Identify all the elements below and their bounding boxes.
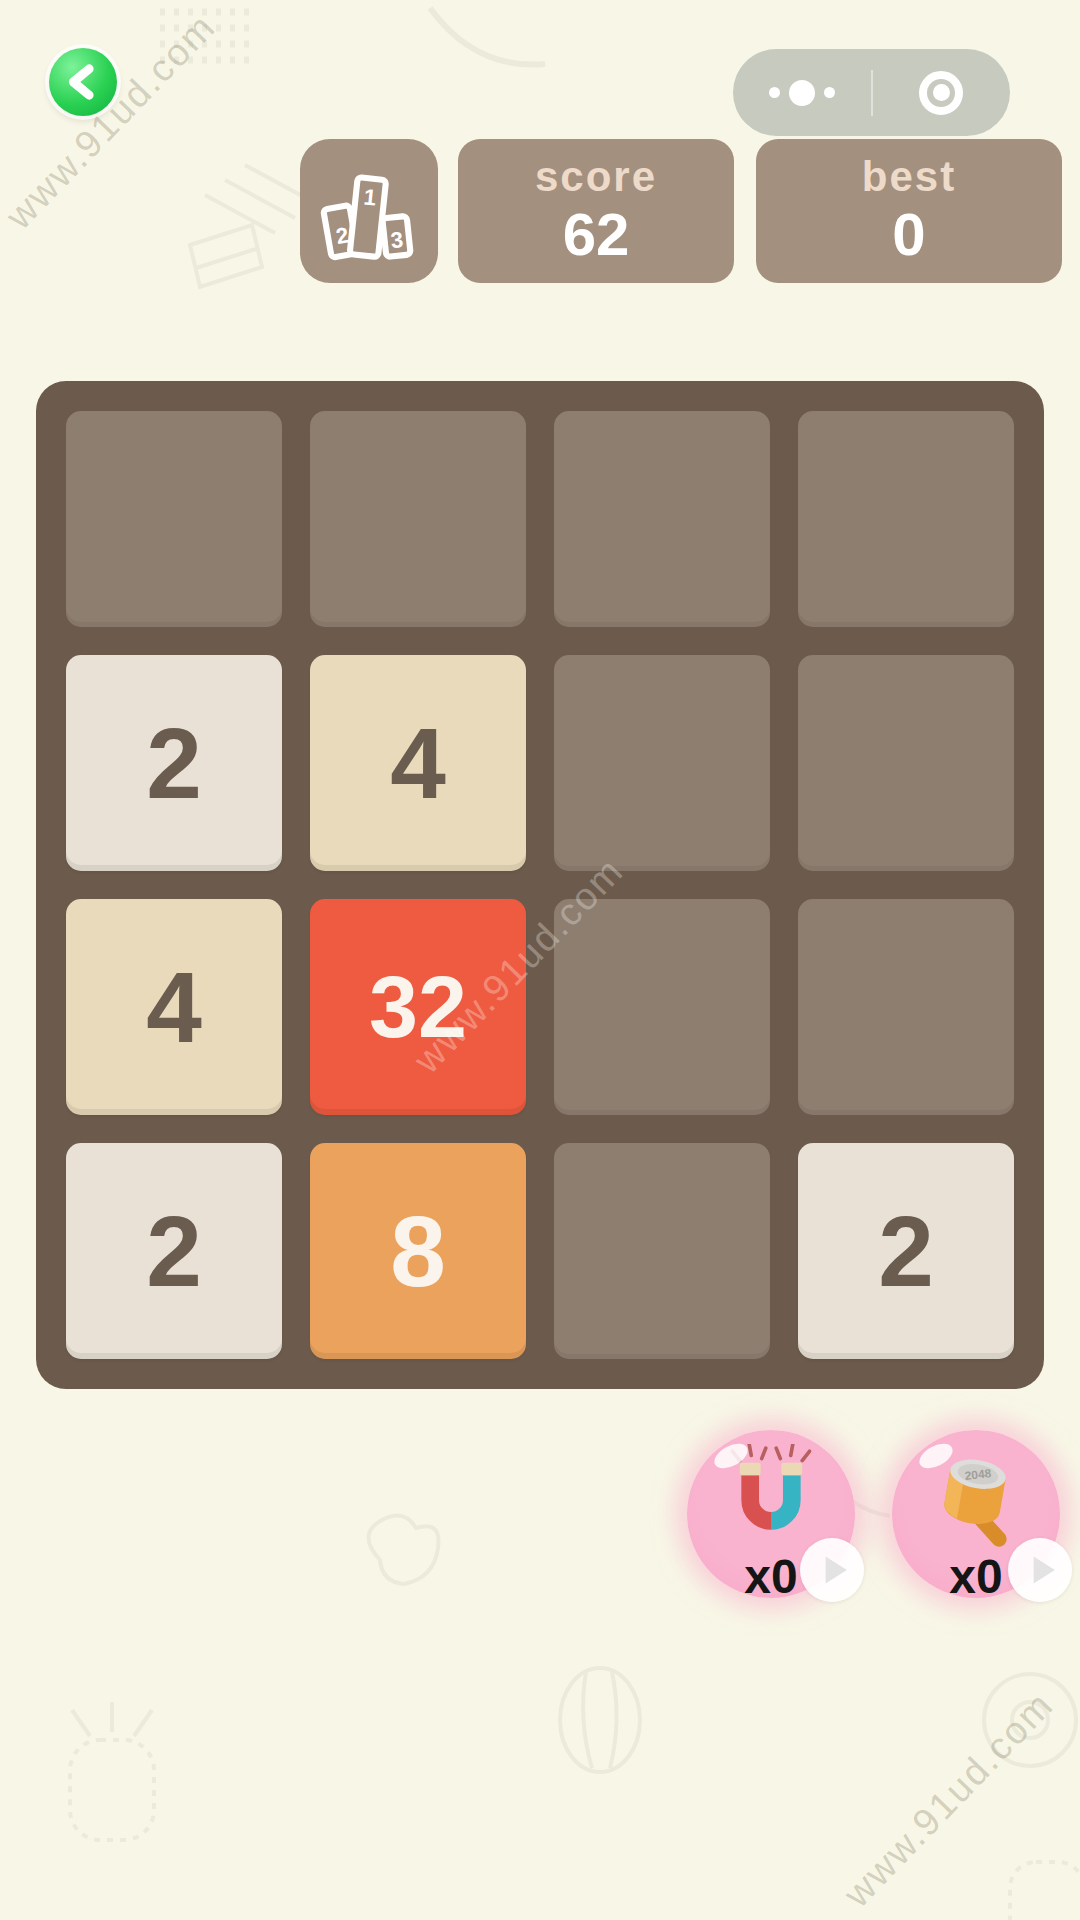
watch-ad-play-badge[interactable] — [800, 1538, 864, 1602]
tile-8: 8 — [310, 1143, 526, 1359]
capsule-more-button[interactable] — [733, 49, 871, 136]
empty-cell — [554, 411, 770, 627]
miniprogram-capsule — [733, 49, 1010, 136]
tile-2: 2 — [66, 1143, 282, 1359]
empty-cell — [554, 899, 770, 1115]
empty-cell — [798, 899, 1014, 1115]
tile-4: 4 — [66, 899, 282, 1115]
best-box: best 0 — [756, 139, 1062, 283]
best-value: 0 — [892, 202, 925, 268]
empty-cell — [66, 411, 282, 627]
watch-ad-play-badge[interactable] — [1008, 1538, 1072, 1602]
game-screen: 2 1 3 score 62 best 0 24432282 www.91ud.… — [0, 0, 1080, 1920]
powerup-magnet-button[interactable]: x0 — [687, 1430, 855, 1598]
empty-cell — [798, 655, 1014, 871]
tile-4: 4 — [310, 655, 526, 871]
board-grid[interactable]: 24432282 — [36, 381, 1044, 1389]
circle-dot-icon — [919, 71, 963, 115]
svg-text:2048: 2048 — [964, 1466, 992, 1483]
play-triangle-icon — [800, 1538, 864, 1602]
ellipsis-dots-icon — [769, 80, 835, 106]
leaderboard-button[interactable]: 2 1 3 — [300, 139, 438, 283]
svg-text:3: 3 — [389, 227, 404, 253]
tile-2: 2 — [798, 1143, 1014, 1359]
empty-cell — [554, 655, 770, 871]
powerup-hammer-button[interactable]: 2048 x0 — [892, 1430, 1060, 1598]
empty-cell — [798, 411, 1014, 627]
score-box: score 62 — [458, 139, 734, 283]
best-label: best — [862, 154, 956, 200]
tile-2: 2 — [66, 655, 282, 871]
empty-cell — [310, 411, 526, 627]
score-value: 62 — [563, 202, 630, 268]
svg-text:1: 1 — [362, 184, 377, 210]
score-label: score — [535, 154, 657, 200]
play-triangle-icon — [1008, 1538, 1072, 1602]
podium-icon: 2 1 3 — [313, 153, 425, 269]
capsule-exit-button[interactable] — [873, 49, 1011, 136]
empty-cell — [554, 1143, 770, 1359]
